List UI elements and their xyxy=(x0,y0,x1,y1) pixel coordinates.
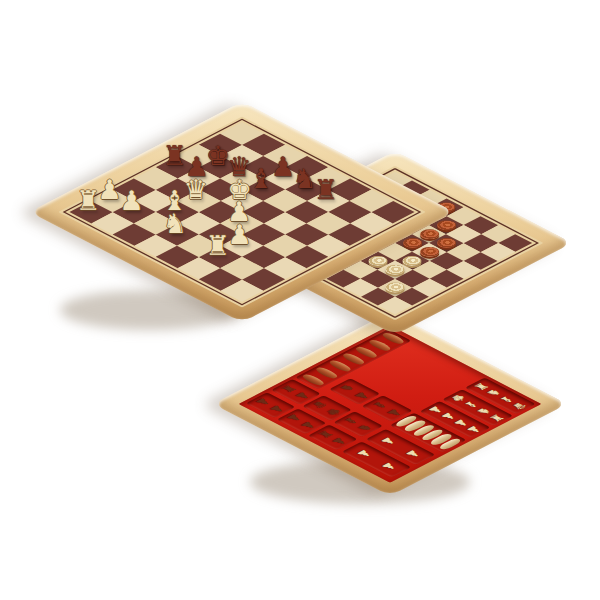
stored-chess-piece-cream-pawn: ♟ xyxy=(464,424,484,434)
chess-piece-white-rook: ♜ xyxy=(72,184,104,218)
stored-chess-piece-cream-pawn: ♟ xyxy=(378,435,398,445)
stored-chess-piece-dark-bishop: ♝ xyxy=(370,399,390,409)
stored-chess-piece-dark-pawn: ♟ xyxy=(268,404,288,414)
stored-chess-piece-cream-queen: ♛ xyxy=(509,401,529,411)
stored-chess-piece-cream-pawn: ♟ xyxy=(354,448,374,458)
stored-chess-piece-dark-pawn: ♟ xyxy=(293,390,313,400)
storage-box: ♞♟♝♟♜♟♛♚♝♞♟♟♟♟♜♟♜♞♝♛♚♝♞♜♟♟♟♟♟♟♟♟ xyxy=(213,312,567,496)
stored-chess-piece-cream-pawn: ♟ xyxy=(379,461,399,471)
stored-chess-piece-cream-pawn: ♟ xyxy=(403,448,423,458)
stored-chess-piece-dark-king: ♚ xyxy=(324,406,344,416)
storage-box-frame: ♞♟♝♟♜♟♛♚♝♞♟♟♟♟♜♟♜♞♝♛♚♝♞♜♟♟♟♟♟♟♟♟ xyxy=(213,312,567,496)
stored-chess-piece-dark-pawn: ♟ xyxy=(385,407,405,417)
stored-chess-piece-dark-pawn: ♟ xyxy=(299,420,319,430)
stored-chess-piece-dark-knight: ♞ xyxy=(355,423,375,433)
stored-chess-piece-dark-pawn: ♟ xyxy=(330,436,350,446)
chess-piece-dark-rook: ♜ xyxy=(310,173,342,207)
stored-chess-piece-dark-knight: ♞ xyxy=(337,382,357,392)
chess-piece-white-pawn: ♟ xyxy=(116,184,148,218)
product-photo-scene: ♟♞♜♚♛♝♜♟♚♛♟♝♟♟♟♞♜♜ ♞♟♝♟♜♟♛♚♝♞♟♟♟♟♜♟♜♞♝♛♚… xyxy=(0,0,600,600)
chess-piece-white-rook: ♜ xyxy=(202,229,234,263)
stored-chess-piece-cream-rook: ♜ xyxy=(487,412,507,422)
storage-box-felt-insert: ♞♟♝♟♜♟♛♚♝♞♟♟♟♟♜♟♜♞♝♛♚♝♞♜♟♟♟♟♟♟♟♟ xyxy=(239,325,542,482)
stored-chess-piece-dark-pawn: ♟ xyxy=(352,390,372,400)
chess-piece-white-knight: ♞ xyxy=(159,207,191,241)
